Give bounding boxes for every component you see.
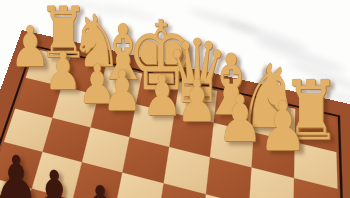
- white-pawn-c7[interactable]: ♟: [102, 63, 142, 119]
- white-pawn-a7[interactable]: ♟: [44, 45, 81, 97]
- chess-product-photo: ♟♜♞♝♚♛♝♞♜♟♟♟♟♟♟♟♞♟♟♟: [0, 0, 350, 198]
- white-pawn-f7[interactable]: ♟: [217, 87, 263, 151]
- black-pawn-c1[interactable]: ♟: [75, 177, 125, 198]
- black-pawn-b1[interactable]: ♟: [30, 163, 77, 198]
- white-pawn-e7[interactable]: ♟: [176, 72, 218, 130]
- white-pawn-g7[interactable]: ♟: [259, 93, 308, 161]
- pieces-layer: ♟♜♞♝♚♛♝♞♜♟♟♟♟♟♟♟♞♟♟♟: [0, 0, 350, 198]
